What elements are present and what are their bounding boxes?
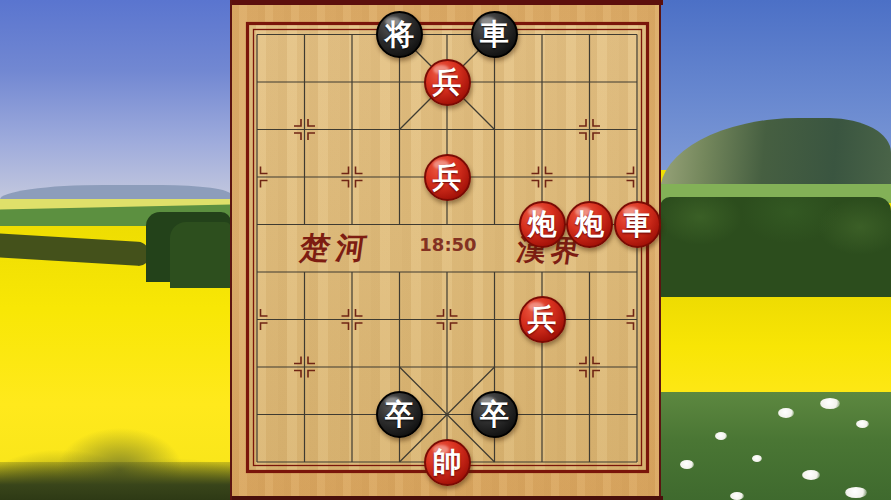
sky — [0, 0, 231, 204]
screenshot: 楚河 18:50 漢界 将車兵兵炮炮車兵卒卒帥 — [0, 0, 891, 500]
red-soldier[interactable]: 兵 — [424, 59, 471, 106]
black-general[interactable]: 将 — [376, 11, 423, 58]
daisy-meadow — [660, 392, 891, 500]
tree-cluster — [170, 222, 231, 288]
xiangqi-game-window: 楚河 18:50 漢界 将車兵兵炮炮車兵卒卒帥 — [230, 0, 661, 500]
red-chariot[interactable]: 車 — [614, 201, 661, 248]
daisy-flower — [778, 408, 794, 418]
daisy-flower — [820, 398, 840, 409]
daisy-flower — [730, 492, 744, 500]
daisy-flower — [802, 470, 820, 480]
rapeseed-field — [660, 297, 891, 407]
daisy-flower — [856, 420, 869, 428]
red-cannon[interactable]: 炮 — [566, 201, 613, 248]
daisy-flower — [680, 460, 694, 469]
black-soldier[interactable]: 卒 — [471, 391, 518, 438]
daisy-flower — [715, 432, 727, 440]
forest — [660, 197, 891, 313]
red-cannon[interactable]: 炮 — [519, 201, 566, 248]
background-photo-right — [660, 0, 891, 500]
window-top-strip — [232, 0, 663, 5]
black-chariot[interactable]: 車 — [471, 11, 518, 58]
game-timer: 18:50 — [416, 234, 480, 255]
daisy-flower — [752, 455, 762, 462]
black-soldier[interactable]: 卒 — [376, 391, 423, 438]
red-soldier[interactable]: 兵 — [519, 296, 566, 343]
red-general[interactable]: 帥 — [424, 439, 471, 486]
red-soldier[interactable]: 兵 — [424, 154, 471, 201]
window-bottom-strip — [232, 496, 663, 500]
background-photo-left — [0, 0, 231, 500]
daisy-flower — [845, 487, 867, 498]
river-label-chu-he: 楚河 — [287, 228, 385, 269]
foreground-grass — [0, 462, 231, 500]
